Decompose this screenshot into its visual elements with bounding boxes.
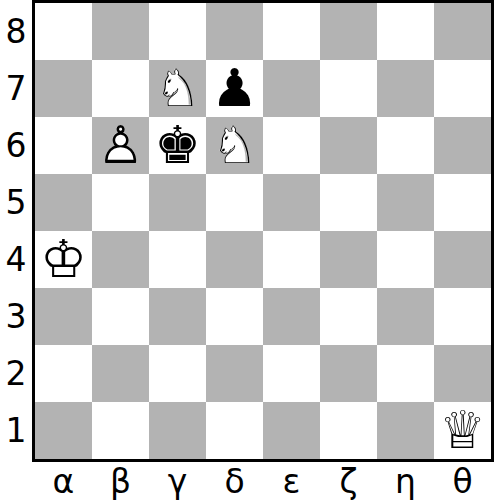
square-ε4[interactable] (263, 231, 320, 288)
black-king: ♚ (154, 117, 201, 174)
rank-label-5: 5 (0, 174, 32, 231)
rank-label-8: 8 (0, 3, 32, 60)
white-knight-icon: ♘ (154, 58, 201, 118)
square-θ2[interactable] (434, 345, 491, 402)
chess-board: ♞♘♟♟♙♚♞♘♚♔♛♕ (32, 0, 494, 462)
square-θ3[interactable] (434, 288, 491, 345)
square-α4[interactable]: ♚♔ (35, 231, 92, 288)
square-γ4[interactable] (149, 231, 206, 288)
square-α2[interactable] (35, 345, 92, 402)
square-ζ7[interactable] (320, 60, 377, 117)
white-king: ♚♔ (40, 231, 87, 288)
square-γ7[interactable]: ♞♘ (149, 60, 206, 117)
square-η3[interactable] (377, 288, 434, 345)
file-label-η: η (377, 462, 434, 500)
square-α5[interactable] (35, 174, 92, 231)
rank-label-2: 2 (0, 345, 32, 402)
square-γ6[interactable]: ♚ (149, 117, 206, 174)
rank-label-1: 1 (0, 402, 32, 459)
square-θ6[interactable] (434, 117, 491, 174)
square-β2[interactable] (92, 345, 149, 402)
square-ζ8[interactable] (320, 3, 377, 60)
square-θ7[interactable] (434, 60, 491, 117)
square-δ6[interactable]: ♞♘ (206, 117, 263, 174)
square-δ2[interactable] (206, 345, 263, 402)
square-ε7[interactable] (263, 60, 320, 117)
square-ε6[interactable] (263, 117, 320, 174)
square-θ5[interactable] (434, 174, 491, 231)
square-δ5[interactable] (206, 174, 263, 231)
rank-label-6: 6 (0, 117, 32, 174)
file-label-γ: γ (149, 462, 206, 500)
file-label-β: β (92, 462, 149, 500)
square-η7[interactable] (377, 60, 434, 117)
square-δ3[interactable] (206, 288, 263, 345)
square-β8[interactable] (92, 3, 149, 60)
square-η5[interactable] (377, 174, 434, 231)
square-ε3[interactable] (263, 288, 320, 345)
square-β6[interactable]: ♟♙ (92, 117, 149, 174)
square-θ4[interactable] (434, 231, 491, 288)
rank-label-3: 3 (0, 288, 32, 345)
square-ζ1[interactable] (320, 402, 377, 459)
square-ε5[interactable] (263, 174, 320, 231)
square-α3[interactable] (35, 288, 92, 345)
file-label-θ: θ (434, 462, 491, 500)
square-β1[interactable] (92, 402, 149, 459)
square-θ1[interactable]: ♛♕ (434, 402, 491, 459)
file-label-ζ: ζ (320, 462, 377, 500)
square-ε1[interactable] (263, 402, 320, 459)
square-ζ6[interactable] (320, 117, 377, 174)
square-δ4[interactable] (206, 231, 263, 288)
square-η1[interactable] (377, 402, 434, 459)
white-knight: ♞♘ (211, 117, 258, 174)
file-label-ε: ε (263, 462, 320, 500)
white-knight-icon: ♘ (211, 115, 258, 175)
board-area: 87654321 ♞♘♟♟♙♚♞♘♚♔♛♕ (0, 0, 500, 462)
square-β7[interactable] (92, 60, 149, 117)
black-pawn: ♟ (211, 60, 258, 117)
white-queen: ♛♕ (439, 402, 486, 459)
square-α7[interactable] (35, 60, 92, 117)
square-α8[interactable] (35, 3, 92, 60)
file-labels: αβγδεζηθ (32, 462, 500, 500)
square-β3[interactable] (92, 288, 149, 345)
square-η8[interactable] (377, 3, 434, 60)
square-η4[interactable] (377, 231, 434, 288)
square-η2[interactable] (377, 345, 434, 402)
rank-label-4: 4 (0, 231, 32, 288)
square-δ1[interactable] (206, 402, 263, 459)
white-queen-icon: ♕ (439, 400, 486, 460)
square-η6[interactable] (377, 117, 434, 174)
square-ζ4[interactable] (320, 231, 377, 288)
rank-label-7: 7 (0, 60, 32, 117)
square-γ2[interactable] (149, 345, 206, 402)
square-γ1[interactable] (149, 402, 206, 459)
white-pawn: ♟♙ (97, 117, 144, 174)
square-γ5[interactable] (149, 174, 206, 231)
white-king-icon: ♔ (40, 229, 87, 289)
file-label-δ: δ (206, 462, 263, 500)
square-ε2[interactable] (263, 345, 320, 402)
white-knight: ♞♘ (154, 60, 201, 117)
square-ζ2[interactable] (320, 345, 377, 402)
square-α1[interactable] (35, 402, 92, 459)
square-γ8[interactable] (149, 3, 206, 60)
square-β4[interactable] (92, 231, 149, 288)
square-δ8[interactable] (206, 3, 263, 60)
file-label-α: α (35, 462, 92, 500)
square-δ7[interactable]: ♟ (206, 60, 263, 117)
square-α6[interactable] (35, 117, 92, 174)
rank-labels: 87654321 (0, 0, 32, 462)
square-ζ3[interactable] (320, 288, 377, 345)
white-pawn-icon: ♙ (97, 115, 144, 175)
square-ζ5[interactable] (320, 174, 377, 231)
square-ε8[interactable] (263, 3, 320, 60)
square-θ8[interactable] (434, 3, 491, 60)
chess-diagram: 87654321 ♞♘♟♟♙♚♞♘♚♔♛♕ αβγδεζηθ (0, 0, 500, 500)
square-γ3[interactable] (149, 288, 206, 345)
square-β5[interactable] (92, 174, 149, 231)
